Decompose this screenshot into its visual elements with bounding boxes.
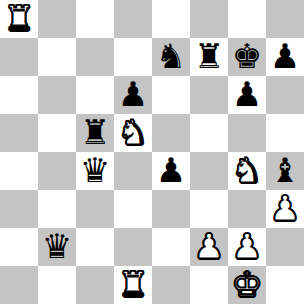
piece-white-king: ♚	[232, 266, 262, 303]
piece-white-knight: ♞	[118, 114, 148, 151]
square-g6[interactable]: ♟	[228, 76, 266, 114]
square-e8[interactable]	[152, 0, 190, 38]
square-h6[interactable]	[266, 76, 304, 114]
square-h2[interactable]	[266, 228, 304, 266]
square-d3[interactable]	[114, 190, 152, 228]
square-f2[interactable]: ♟	[190, 228, 228, 266]
square-c8[interactable]	[76, 0, 114, 38]
square-f4[interactable]	[190, 152, 228, 190]
square-g8[interactable]	[228, 0, 266, 38]
square-b4[interactable]	[38, 152, 76, 190]
square-g4[interactable]: ♞	[228, 152, 266, 190]
square-h7[interactable]: ♟	[266, 38, 304, 76]
square-a4[interactable]	[0, 152, 38, 190]
square-c1[interactable]	[76, 266, 114, 304]
piece-white-pawn: ♟	[270, 190, 300, 227]
square-e7[interactable]: ♞	[152, 38, 190, 76]
square-a6[interactable]	[0, 76, 38, 114]
square-d8[interactable]	[114, 0, 152, 38]
square-b1[interactable]	[38, 266, 76, 304]
square-d5[interactable]: ♞	[114, 114, 152, 152]
square-c3[interactable]	[76, 190, 114, 228]
square-e1[interactable]	[152, 266, 190, 304]
chess-board: ♜♞♜♚♟♟♟♜♞♛♟♞♝♟♛♟♟♜♚	[0, 0, 304, 304]
square-c5[interactable]: ♜	[76, 114, 114, 152]
piece-black-pawn: ♟	[270, 38, 300, 75]
square-g7[interactable]: ♚	[228, 38, 266, 76]
square-b8[interactable]	[38, 0, 76, 38]
piece-white-rook: ♜	[4, 0, 34, 37]
square-f7[interactable]: ♜	[190, 38, 228, 76]
square-b5[interactable]	[38, 114, 76, 152]
square-f8[interactable]	[190, 0, 228, 38]
piece-black-king: ♚	[232, 38, 262, 75]
square-a2[interactable]	[0, 228, 38, 266]
piece-black-pawn: ♟	[156, 152, 186, 189]
square-g1[interactable]: ♚	[228, 266, 266, 304]
square-e5[interactable]	[152, 114, 190, 152]
square-e4[interactable]: ♟	[152, 152, 190, 190]
square-h8[interactable]	[266, 0, 304, 38]
square-c6[interactable]	[76, 76, 114, 114]
piece-black-bishop: ♝	[270, 152, 300, 189]
square-a5[interactable]	[0, 114, 38, 152]
square-b3[interactable]	[38, 190, 76, 228]
piece-white-knight: ♞	[232, 152, 262, 189]
square-h1[interactable]	[266, 266, 304, 304]
square-c2[interactable]	[76, 228, 114, 266]
piece-black-rook: ♜	[194, 38, 224, 75]
square-g2[interactable]: ♟	[228, 228, 266, 266]
square-b6[interactable]	[38, 76, 76, 114]
square-h3[interactable]: ♟	[266, 190, 304, 228]
piece-black-pawn: ♟	[232, 76, 262, 113]
square-f3[interactable]	[190, 190, 228, 228]
square-d6[interactable]: ♟	[114, 76, 152, 114]
square-a1[interactable]	[0, 266, 38, 304]
square-c7[interactable]	[76, 38, 114, 76]
square-e6[interactable]	[152, 76, 190, 114]
square-b2[interactable]: ♛	[38, 228, 76, 266]
square-d7[interactable]	[114, 38, 152, 76]
square-d4[interactable]	[114, 152, 152, 190]
piece-black-pawn: ♟	[118, 76, 148, 113]
square-e2[interactable]	[152, 228, 190, 266]
square-g3[interactable]	[228, 190, 266, 228]
square-a8[interactable]: ♜	[0, 0, 38, 38]
square-a7[interactable]	[0, 38, 38, 76]
square-c4[interactable]: ♛	[76, 152, 114, 190]
square-h4[interactable]: ♝	[266, 152, 304, 190]
piece-black-queen: ♛	[80, 152, 110, 189]
piece-black-rook: ♜	[80, 114, 110, 151]
square-d2[interactable]	[114, 228, 152, 266]
piece-white-rook: ♜	[118, 266, 148, 303]
piece-white-pawn: ♟	[194, 228, 224, 265]
square-a3[interactable]	[0, 190, 38, 228]
square-h5[interactable]	[266, 114, 304, 152]
piece-black-queen: ♛	[42, 228, 72, 265]
square-b7[interactable]	[38, 38, 76, 76]
piece-white-pawn: ♟	[232, 228, 262, 265]
square-f6[interactable]	[190, 76, 228, 114]
square-d1[interactable]: ♜	[114, 266, 152, 304]
square-g5[interactable]	[228, 114, 266, 152]
piece-black-knight: ♞	[156, 38, 186, 75]
square-f1[interactable]	[190, 266, 228, 304]
square-f5[interactable]	[190, 114, 228, 152]
square-e3[interactable]	[152, 190, 190, 228]
